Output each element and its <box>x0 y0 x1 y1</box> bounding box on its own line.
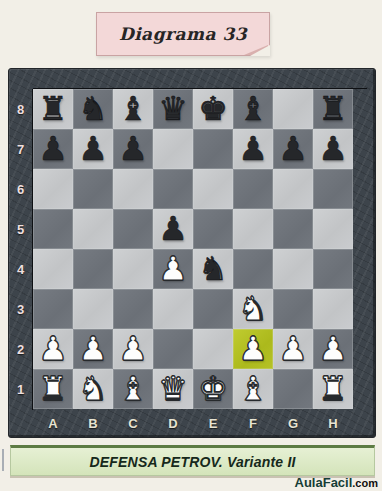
white-rook-a1: ♜ <box>33 369 73 409</box>
square-f5[interactable] <box>233 209 273 249</box>
black-pawn-c7: ♟ <box>113 129 153 169</box>
black-rook-a8: ♜ <box>33 89 73 129</box>
black-pawn-h7: ♟ <box>313 129 353 169</box>
square-e7[interactable] <box>193 129 233 169</box>
square-g2[interactable]: ♟ <box>273 329 313 369</box>
square-e6[interactable] <box>193 169 233 209</box>
square-h6[interactable] <box>313 169 353 209</box>
white-pawn-b2: ♟ <box>73 329 113 369</box>
file-label-e: E <box>193 410 233 436</box>
square-g1[interactable] <box>273 369 313 409</box>
rank-label-4: 4 <box>9 249 32 289</box>
square-c5[interactable] <box>113 209 153 249</box>
square-a5[interactable] <box>33 209 73 249</box>
square-c2[interactable]: ♟ <box>113 329 153 369</box>
square-c3[interactable] <box>113 289 153 329</box>
white-queen-d1: ♛ <box>153 369 193 409</box>
black-knight-e4: ♞ <box>193 249 233 289</box>
file-label-f: F <box>233 410 273 436</box>
square-e1[interactable]: ♚ <box>193 369 233 409</box>
white-king-e1: ♚ <box>193 369 233 409</box>
square-c6[interactable] <box>113 169 153 209</box>
square-g8[interactable] <box>273 89 313 129</box>
white-pawn-h2: ♟ <box>313 329 353 369</box>
square-e8[interactable]: ♚ <box>193 89 233 129</box>
chess-board: ♜♞♝♛♚♝♜♟♟♟♟♟♟♟♟♞♞♟♟♟♟♟♟♜♞♝♛♚♝♜ <box>33 89 353 409</box>
site-branding[interactable]: AulaFacil .com <box>295 475 378 491</box>
file-label-h: H <box>313 410 353 436</box>
square-b3[interactable] <box>73 289 113 329</box>
square-b4[interactable] <box>73 249 113 289</box>
square-a3[interactable] <box>33 289 73 329</box>
brand-name: AulaFacil <box>295 475 353 490</box>
square-g6[interactable] <box>273 169 313 209</box>
square-c8[interactable]: ♝ <box>113 89 153 129</box>
black-bishop-c8: ♝ <box>113 89 153 129</box>
square-h7[interactable]: ♟ <box>313 129 353 169</box>
square-e3[interactable] <box>193 289 233 329</box>
square-g4[interactable] <box>273 249 313 289</box>
black-pawn-f7: ♟ <box>233 129 273 169</box>
square-b8[interactable]: ♞ <box>73 89 113 129</box>
square-d5[interactable]: ♟ <box>153 209 193 249</box>
square-a6[interactable] <box>33 169 73 209</box>
chess-board-frame: 87654321 ♜♞♝♛♚♝♜♟♟♟♟♟♟♟♟♞♞♟♟♟♟♟♟♜♞♝♛♚♝♜ … <box>8 68 376 438</box>
square-d1[interactable]: ♛ <box>153 369 193 409</box>
file-label-c: C <box>113 410 153 436</box>
square-h8[interactable]: ♜ <box>313 89 353 129</box>
square-a4[interactable] <box>33 249 73 289</box>
rank-label-7: 7 <box>9 129 32 169</box>
title-box-fold-cut <box>250 45 270 56</box>
square-h1[interactable]: ♜ <box>313 369 353 409</box>
file-label-d: D <box>153 410 193 436</box>
black-king-e8: ♚ <box>193 89 233 129</box>
square-h4[interactable] <box>313 249 353 289</box>
square-d4[interactable]: ♟ <box>153 249 193 289</box>
square-f8[interactable]: ♝ <box>233 89 273 129</box>
rank-label-3: 3 <box>9 289 32 329</box>
square-b6[interactable] <box>73 169 113 209</box>
white-rook-h1: ♜ <box>313 369 353 409</box>
caption-box: DEFENSA PETROV. Variante II <box>10 445 375 476</box>
square-a2[interactable]: ♟ <box>33 329 73 369</box>
rank-label-6: 6 <box>9 169 32 209</box>
square-f1[interactable]: ♝ <box>233 369 273 409</box>
black-rook-h8: ♜ <box>313 89 353 129</box>
white-bishop-f1: ♝ <box>233 369 273 409</box>
square-d3[interactable] <box>153 289 193 329</box>
black-pawn-g7: ♟ <box>273 129 313 169</box>
square-g7[interactable]: ♟ <box>273 129 313 169</box>
square-a1[interactable]: ♜ <box>33 369 73 409</box>
file-labels: ABCDEFGH <box>33 410 353 436</box>
square-d8[interactable]: ♛ <box>153 89 193 129</box>
square-g5[interactable] <box>273 209 313 249</box>
rank-labels: 87654321 <box>9 89 32 409</box>
square-f2[interactable]: ♟ <box>233 329 273 369</box>
white-pawn-c2: ♟ <box>113 329 153 369</box>
rank-label-8: 8 <box>9 89 32 129</box>
square-f6[interactable] <box>233 169 273 209</box>
square-d2[interactable] <box>153 329 193 369</box>
square-e2[interactable] <box>193 329 233 369</box>
white-pawn-d4: ♟ <box>153 249 193 289</box>
diagram-title-box: Diagrama 33 <box>96 12 270 56</box>
white-pawn-f2: ♟ <box>233 329 273 369</box>
square-f3[interactable]: ♞ <box>233 289 273 329</box>
black-queen-d8: ♛ <box>153 89 193 129</box>
file-label-b: B <box>73 410 113 436</box>
diagram-title: Diagrama 33 <box>119 24 247 44</box>
square-e5[interactable] <box>193 209 233 249</box>
square-e4[interactable]: ♞ <box>193 249 233 289</box>
rank-label-1: 1 <box>9 369 32 409</box>
file-label-a: A <box>33 410 73 436</box>
square-d6[interactable] <box>153 169 193 209</box>
square-h5[interactable] <box>313 209 353 249</box>
white-knight-f3: ♞ <box>233 289 273 329</box>
square-c1[interactable]: ♝ <box>113 369 153 409</box>
square-h3[interactable] <box>313 289 353 329</box>
brand-suffix: .com <box>352 477 378 489</box>
black-pawn-a7: ♟ <box>33 129 73 169</box>
square-h2[interactable]: ♟ <box>313 329 353 369</box>
black-knight-b8: ♞ <box>73 89 113 129</box>
square-f4[interactable] <box>233 249 273 289</box>
black-pawn-d5: ♟ <box>153 209 193 249</box>
black-bishop-f8: ♝ <box>233 89 273 129</box>
white-knight-b1: ♞ <box>73 369 113 409</box>
file-label-g: G <box>273 410 313 436</box>
white-bishop-c1: ♝ <box>113 369 153 409</box>
square-b2[interactable]: ♟ <box>73 329 113 369</box>
white-pawn-a2: ♟ <box>33 329 73 369</box>
square-b7[interactable]: ♟ <box>73 129 113 169</box>
page-edge-mark <box>2 449 4 471</box>
caption-text: DEFENSA PETROV. Variante II <box>89 454 295 470</box>
rank-label-2: 2 <box>9 329 32 369</box>
square-a7[interactable]: ♟ <box>33 129 73 169</box>
square-c7[interactable]: ♟ <box>113 129 153 169</box>
white-pawn-g2: ♟ <box>273 329 313 369</box>
square-g3[interactable] <box>273 289 313 329</box>
square-a8[interactable]: ♜ <box>33 89 73 129</box>
rank-label-5: 5 <box>9 209 32 249</box>
square-b5[interactable] <box>73 209 113 249</box>
square-d7[interactable] <box>153 129 193 169</box>
black-pawn-b7: ♟ <box>73 129 113 169</box>
square-b1[interactable]: ♞ <box>73 369 113 409</box>
square-c4[interactable] <box>113 249 153 289</box>
square-f7[interactable]: ♟ <box>233 129 273 169</box>
